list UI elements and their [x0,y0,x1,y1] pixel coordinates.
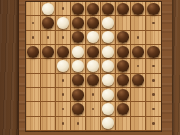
black-piece [72,103,85,115]
white-piece [102,74,115,86]
cell-r2c3[interactable] [56,16,71,30]
cell-r3c2[interactable] [41,31,56,45]
black-piece [42,46,55,58]
cell-r3c9[interactable] [146,31,161,45]
white-piece [102,17,115,29]
cell-r3c7[interactable] [116,31,131,45]
cell-r4c6[interactable] [101,45,116,59]
cell-r7c6[interactable] [101,88,116,102]
black-piece [27,46,40,58]
white-piece [72,60,85,72]
cell-r7c7[interactable] [116,88,131,102]
cell-r1c1[interactable] [26,2,41,16]
white-piece [72,46,85,58]
cell-r8c3[interactable] [56,102,71,116]
cell-r5c4[interactable] [71,59,86,73]
cell-r9c2[interactable] [41,117,56,131]
cell-r3c3[interactable] [56,31,71,45]
cell-r6c2[interactable] [41,74,56,88]
board-field [25,1,162,132]
cell-dot [152,79,155,82]
table-background [0,0,180,135]
white-piece [87,60,100,72]
cell-r3c4[interactable] [71,31,86,45]
cell-r6c6[interactable] [101,74,116,88]
cell-r4c1[interactable] [26,45,41,59]
cell-dot [137,36,140,39]
cell-dot [92,93,95,96]
cell-r2c9[interactable] [146,16,161,30]
cell-r7c4[interactable] [71,88,86,102]
cell-r8c4[interactable] [71,102,86,116]
cell-r6c7[interactable] [116,74,131,88]
cell-r7c9[interactable] [146,88,161,102]
black-piece [87,17,100,29]
cell-r1c3[interactable] [56,2,71,16]
cell-r2c5[interactable] [86,16,101,30]
white-piece [102,89,115,101]
cell-r6c9[interactable] [146,74,161,88]
cell-r8c6[interactable] [101,102,116,116]
cell-r1c9[interactable] [146,2,161,16]
cell-r5c7[interactable] [116,59,131,73]
cell-dot [47,36,50,39]
cell-r2c1[interactable] [26,16,41,30]
white-piece [42,3,55,15]
cell-r1c8[interactable] [131,2,146,16]
cell-dot [152,122,155,125]
cell-r8c7[interactable] [116,102,131,116]
cell-r9c7[interactable] [116,117,131,131]
black-piece [117,103,130,115]
black-piece [57,46,70,58]
cell-dot [32,36,35,39]
cell-r5c3[interactable] [56,59,71,73]
white-piece [102,31,115,43]
cell-r7c5[interactable] [86,88,101,102]
cell-r9c1[interactable] [26,117,41,131]
cell-dot [62,79,65,82]
black-piece [72,17,85,29]
cell-r5c6[interactable] [101,59,116,73]
cell-r8c8[interactable] [131,102,146,116]
cell-dot [152,22,155,25]
cell-dot [62,36,65,39]
cell-dot [152,93,155,96]
cell-r9c5[interactable] [86,117,101,131]
cell-dot [62,108,65,111]
cell-r5c5[interactable] [86,59,101,73]
white-piece [102,117,115,129]
cell-r6c1[interactable] [26,74,41,88]
white-piece [57,60,70,72]
black-piece [132,46,145,58]
cell-dot [62,122,65,125]
black-piece [87,46,100,58]
black-piece [72,31,85,43]
cell-r9c3[interactable] [56,117,71,131]
cell-r1c5[interactable] [86,2,101,16]
cell-dot [62,7,65,10]
black-piece [117,89,130,101]
white-piece [102,60,115,72]
cell-r5c2[interactable] [41,59,56,73]
cell-r8c5[interactable] [86,102,101,116]
black-piece [117,60,130,72]
cell-r6c8[interactable] [131,74,146,88]
cell-r5c1[interactable] [26,59,41,73]
cell-r7c1[interactable] [26,88,41,102]
cell-r3c6[interactable] [101,31,116,45]
cell-r5c9[interactable] [146,59,161,73]
cell-r8c2[interactable] [41,102,56,116]
cell-r2c2[interactable] [41,16,56,30]
cell-r3c5[interactable] [86,31,101,45]
black-piece [117,3,130,15]
black-piece [87,74,100,86]
cell-r8c9[interactable] [146,102,161,116]
white-piece [87,31,100,43]
cell-dot [137,65,140,68]
cell-r4c4[interactable] [71,45,86,59]
cell-r1c7[interactable] [116,2,131,16]
cell-r4c9[interactable] [146,45,161,59]
black-piece [102,3,115,15]
cell-r1c6[interactable] [101,2,116,16]
black-piece [72,89,85,101]
white-piece [102,103,115,115]
black-piece [147,3,160,15]
cell-r2c6[interactable] [101,16,116,30]
cell-r7c8[interactable] [131,88,146,102]
cell-r7c2[interactable] [41,88,56,102]
cell-r9c6[interactable] [101,117,116,131]
cell-r1c2[interactable] [41,2,56,16]
cell-r3c1[interactable] [26,31,41,45]
black-piece [117,46,130,58]
cell-r1c4[interactable] [71,2,86,16]
cell-dot [77,122,80,125]
cell-r5c8[interactable] [131,59,146,73]
cell-r6c3[interactable] [56,74,71,88]
cell-r4c2[interactable] [41,45,56,59]
white-piece [102,46,115,58]
cell-r9c4[interactable] [71,117,86,131]
cell-r6c4[interactable] [71,74,86,88]
cell-r2c7[interactable] [116,16,131,30]
cell-r4c3[interactable] [56,45,71,59]
cell-r4c8[interactable] [131,45,146,59]
cell-r2c8[interactable] [131,16,146,30]
cell-r6c5[interactable] [86,74,101,88]
cell-dot [152,65,155,68]
black-piece [132,3,145,15]
black-piece [72,74,85,86]
cell-r4c7[interactable] [116,45,131,59]
cell-r3c8[interactable] [131,31,146,45]
black-piece [117,74,130,86]
black-piece [117,31,130,43]
cell-r2c4[interactable] [71,16,86,30]
cell-dot [152,108,155,111]
white-piece [57,17,70,29]
black-piece [72,3,85,15]
cell-r8c1[interactable] [26,102,41,116]
black-piece [42,17,55,29]
cell-r7c3[interactable] [56,88,71,102]
black-piece [87,3,100,15]
black-piece [147,46,160,58]
cell-r9c9[interactable] [146,117,161,131]
black-piece [132,74,145,86]
cell-r9c8[interactable] [131,117,146,131]
cell-dot [32,22,35,25]
cell-dot [62,93,65,96]
cell-r4c5[interactable] [86,45,101,59]
cell-dot [92,108,95,111]
